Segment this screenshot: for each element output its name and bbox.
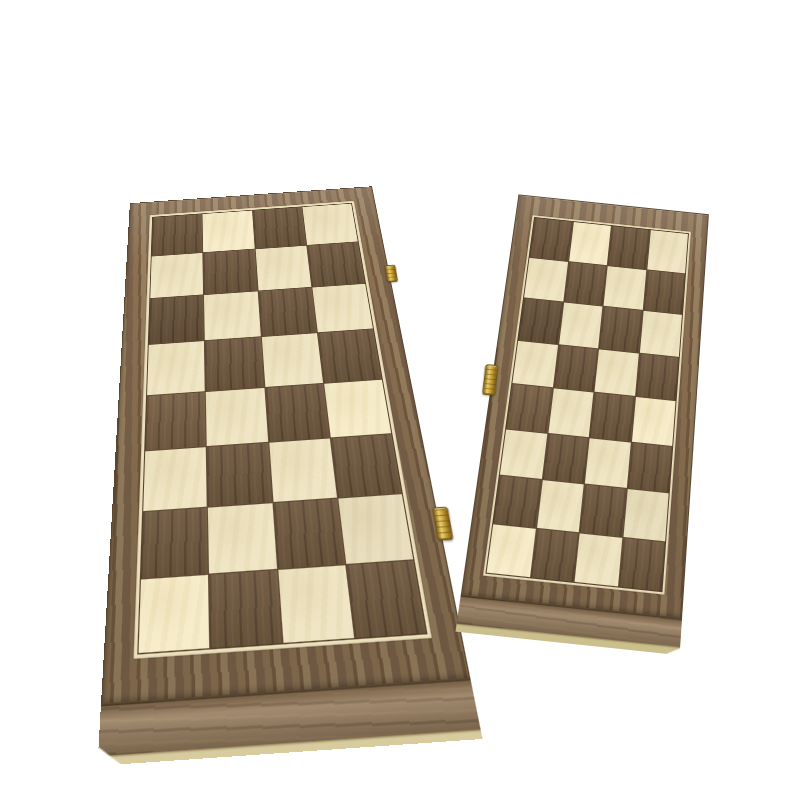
board-square [585, 438, 631, 488]
board-square [204, 292, 260, 341]
checkerboard-grid-small [485, 217, 689, 592]
board-square [278, 565, 354, 643]
board-square [258, 288, 317, 337]
board-square [627, 442, 672, 492]
board-square [324, 379, 391, 437]
board-square [575, 533, 622, 587]
board-square [338, 494, 413, 564]
board-frame [101, 186, 471, 705]
board-square [346, 560, 426, 638]
board-square [269, 438, 337, 502]
board-square [255, 246, 311, 291]
board-square [542, 433, 588, 483]
brass-hinge [385, 265, 398, 282]
board-square [207, 442, 272, 506]
board-square [518, 298, 562, 343]
board-square [318, 330, 382, 383]
board-frame [461, 194, 709, 619]
board-square [147, 341, 205, 394]
board-square [512, 340, 557, 387]
board-square [141, 507, 208, 578]
board-square [553, 345, 598, 392]
chess-box-large [97, 186, 482, 766]
board-square [643, 270, 685, 314]
board-square [639, 311, 681, 357]
board-square [139, 575, 210, 653]
board-square [604, 266, 646, 310]
board-square [208, 503, 276, 573]
board-square [636, 353, 679, 400]
board-square [537, 480, 584, 532]
product-photo-scene [0, 0, 800, 800]
board-square [632, 397, 676, 446]
board-square [265, 383, 330, 441]
board-square [273, 498, 345, 568]
board-square [150, 253, 203, 298]
board-square [307, 242, 365, 287]
chess-box-small [455, 194, 708, 655]
board-square [530, 218, 573, 261]
board-square [524, 257, 568, 301]
board-square [608, 226, 650, 269]
board-square [564, 262, 607, 306]
board-square [152, 214, 203, 256]
board-square [203, 211, 255, 253]
checkerboard-grid-large [137, 203, 427, 655]
board-square [203, 249, 257, 294]
board-border-line [483, 215, 691, 595]
board-square [548, 388, 593, 436]
board-square [205, 337, 264, 390]
board-square [149, 295, 204, 344]
board-square [590, 393, 635, 441]
board-square [647, 230, 688, 273]
board-square [312, 284, 373, 333]
board-square [302, 204, 358, 245]
board-square [506, 384, 552, 432]
board-square [261, 333, 322, 386]
board-square [252, 207, 306, 249]
board-square [145, 392, 206, 450]
board-square [531, 528, 579, 581]
board-square [599, 307, 642, 353]
board-square [493, 476, 541, 528]
board-square [569, 222, 611, 265]
board-square [623, 489, 669, 541]
board-square [206, 388, 268, 446]
board-square [619, 537, 666, 591]
board-square [500, 429, 547, 479]
board-square [559, 302, 603, 347]
board-square [487, 524, 536, 577]
board-square [143, 447, 207, 511]
board-square [331, 434, 402, 497]
board-square [595, 349, 639, 396]
board-square [580, 485, 626, 537]
board-square [209, 570, 281, 648]
